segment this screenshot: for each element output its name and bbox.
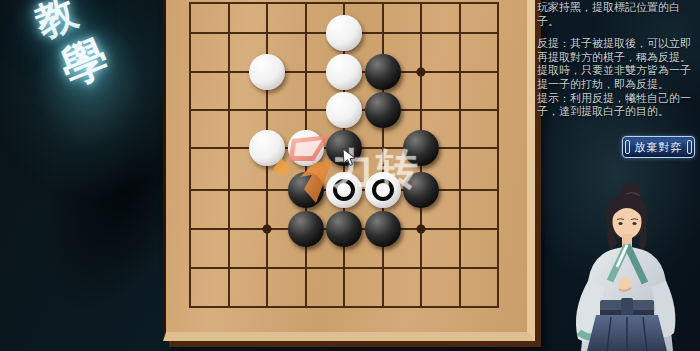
- instruction-hint: 提示：利用反提，犧牲自己的一子，達到提取白子的目的。: [537, 92, 698, 119]
- lesson-instructions: 玩家持黑，提取標記位置的白子。 反提：其子被提取後，可以立即再提取對方的棋子，稱…: [537, 1, 698, 119]
- instruction-goal: 玩家持黑，提取標記位置的白子。: [537, 1, 698, 28]
- info-panel: 玩家持黑，提取標記位置的白子。 反提：其子被提取後，可以立即再提取對方的棋子，稱…: [532, 0, 700, 351]
- left-decor-panel: 教 學: [0, 0, 163, 351]
- go-board[interactable]: [163, 0, 535, 341]
- tutor-character-illustration: [553, 181, 700, 351]
- give-up-game-button[interactable]: 放棄對弈: [622, 136, 695, 158]
- mouse-cursor-icon: [341, 148, 357, 168]
- game-screen: 教 學 力转: [0, 0, 700, 351]
- instruction-rule: 反提：其子被提取後，可以立即再提取對方的棋子，稱為反提。提取時，只要並非雙方皆為…: [537, 37, 698, 91]
